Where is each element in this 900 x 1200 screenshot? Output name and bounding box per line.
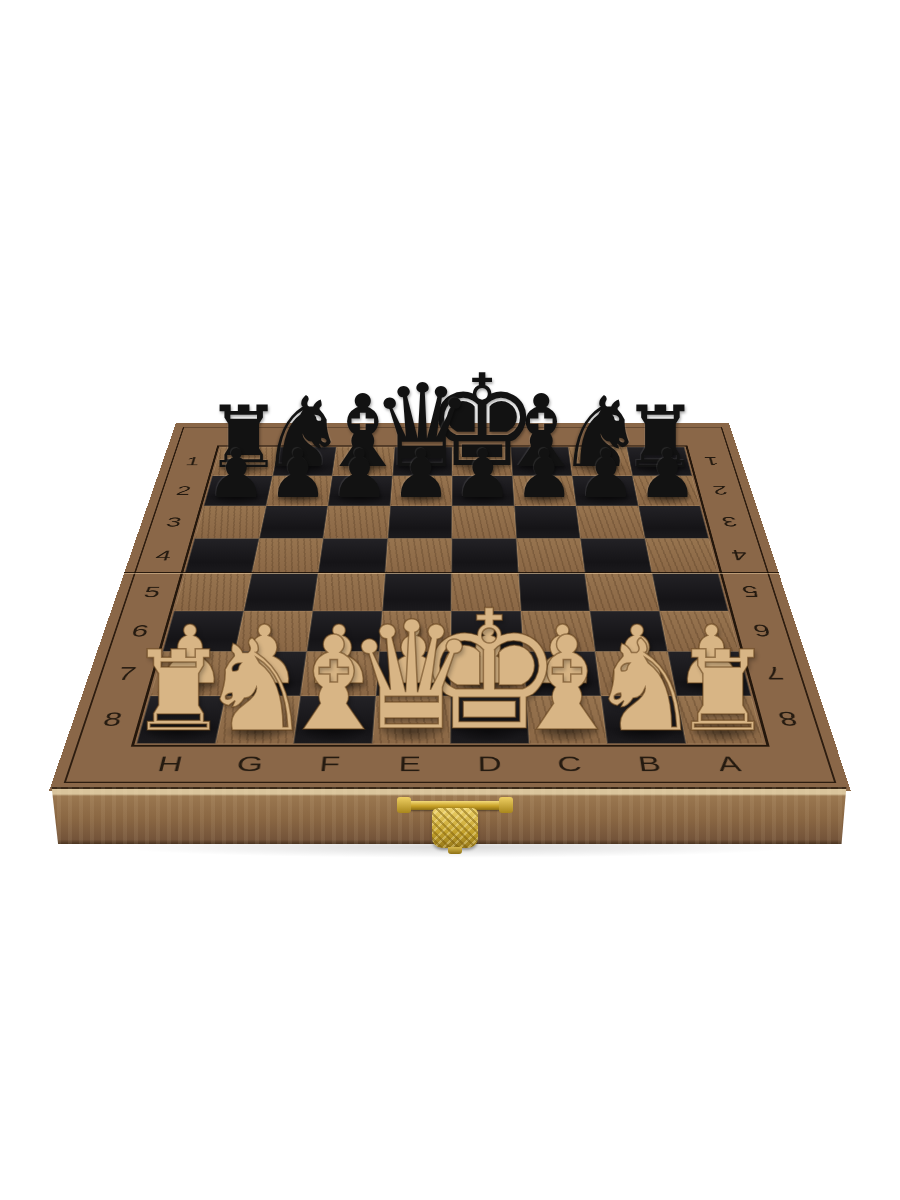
rank-label-left-3: 3	[165, 515, 185, 529]
piece-black-pawn-g2: ♟	[268, 441, 328, 508]
rank-label-left-8: 8	[101, 709, 126, 729]
square-d4	[451, 538, 518, 573]
rank-label-right-3: 3	[720, 515, 739, 529]
square-f4	[318, 538, 387, 573]
square-g4	[251, 538, 323, 573]
square-h5	[174, 573, 251, 611]
piece-black-pawn-b2: ♟	[576, 441, 636, 508]
square-h4	[185, 538, 259, 573]
rank-label-left-2: 2	[175, 484, 194, 497]
piece-black-pawn-a2: ♟	[638, 441, 698, 508]
rank-label-right-5: 5	[739, 584, 760, 600]
square-e4	[385, 538, 452, 573]
rank-label-left-4: 4	[154, 548, 175, 563]
file-label-h: H	[155, 753, 185, 775]
piece-black-pawn-c2: ♟	[514, 441, 574, 508]
rank-label-right-2: 2	[711, 484, 730, 497]
piece-black-pawn-h2: ♟	[206, 441, 266, 508]
rank-label-left-1: 1	[184, 455, 202, 467]
piece-black-pawn-d2: ♟	[453, 441, 513, 508]
clasp-tab	[448, 847, 462, 854]
clasp-hasp	[432, 808, 478, 848]
rank-label-right-4: 4	[729, 548, 749, 563]
piece-white-rook-h8: ♜	[128, 636, 228, 747]
rank-label-right-8: 8	[775, 709, 800, 729]
product-photo-stage: HGFEDCBA1122334455667788 ♜♞♝♚♛♝♞♜♟♟♟♟♟♟♟…	[0, 0, 900, 1200]
square-b4	[580, 538, 651, 573]
piece-black-pawn-e2: ♟	[391, 441, 451, 508]
square-b5	[585, 573, 659, 611]
square-a5	[652, 573, 729, 611]
file-label-a: A	[715, 753, 743, 775]
rank-label-right-1: 1	[702, 455, 720, 467]
square-a4	[645, 538, 719, 573]
piece-black-pawn-f2: ♟	[329, 441, 389, 508]
square-c4	[516, 538, 585, 573]
square-g5	[243, 573, 318, 611]
rank-label-left-5: 5	[142, 584, 163, 600]
